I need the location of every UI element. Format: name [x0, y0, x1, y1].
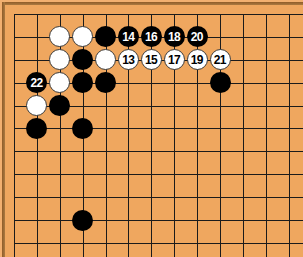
black-stone [72, 72, 93, 93]
go-board: 14161820131517192122 [0, 0, 303, 257]
intersection-c5-r1[interactable] [94, 3, 117, 26]
intersection-c5-r6[interactable] [94, 117, 117, 140]
intersection-c13-r8[interactable] [277, 163, 300, 186]
intersection-c6-r8[interactable] [117, 163, 140, 186]
intersection-c2-r3[interactable] [25, 48, 48, 71]
intersection-c2-r6[interactable] [25, 117, 48, 140]
intersection-c3-r11[interactable] [48, 231, 71, 254]
intersection-c5-r11[interactable] [94, 231, 117, 254]
intersection-c2-r9[interactable] [25, 186, 48, 209]
intersection-c9-r2[interactable]: 20 [186, 25, 209, 48]
intersection-c7-r11[interactable] [140, 231, 163, 254]
intersection-c5-r4[interactable] [94, 71, 117, 94]
intersection-c3-r5[interactable] [48, 94, 71, 117]
intersection-c13-r3[interactable] [277, 48, 300, 71]
white-stone [49, 26, 70, 47]
intersection-c1-r1[interactable] [3, 3, 26, 26]
intersection-c2-r7[interactable] [25, 140, 48, 163]
intersection-c11-r3[interactable] [231, 48, 254, 71]
intersection-c7-r9[interactable] [140, 186, 163, 209]
intersection-c11-r1[interactable] [231, 3, 254, 26]
intersection-c1-r4[interactable] [3, 71, 26, 94]
intersection-c13-r11[interactable] [277, 231, 300, 254]
intersection-c5-r9[interactable] [94, 186, 117, 209]
intersection-c5-r8[interactable] [94, 163, 117, 186]
intersection-c4-r3[interactable] [71, 48, 94, 71]
intersection-c12-r11[interactable] [254, 231, 277, 254]
intersection-c4-r5[interactable] [71, 94, 94, 117]
move-number-label: 15 [145, 54, 157, 66]
intersection-c2-r2[interactable] [25, 25, 48, 48]
intersection-c13-r4[interactable] [277, 71, 300, 94]
intersection-c5-r2[interactable] [94, 25, 117, 48]
intersection-c10-r8[interactable] [209, 163, 232, 186]
black-stone [72, 49, 93, 70]
intersection-c9-r11[interactable] [186, 231, 209, 254]
intersection-c13-r9[interactable] [277, 186, 300, 209]
intersection-c12-r8[interactable] [254, 163, 277, 186]
intersection-c10-r1[interactable] [209, 3, 232, 26]
move-number-label: 14 [122, 31, 134, 43]
intersection-c5-r3[interactable] [94, 48, 117, 71]
intersection-c3-r10[interactable] [48, 209, 71, 232]
intersection-c8-r5[interactable] [163, 94, 186, 117]
intersection-c3-r8[interactable] [48, 163, 71, 186]
intersection-c4-r1[interactable] [71, 3, 94, 26]
intersection-c12-r3[interactable] [254, 48, 277, 71]
intersection-c5-r10[interactable] [94, 209, 117, 232]
intersection-c2-r8[interactable] [25, 163, 48, 186]
intersection-c9-r9[interactable] [186, 186, 209, 209]
intersection-c2-r1[interactable] [25, 3, 48, 26]
intersection-c7-r3[interactable]: 15 [140, 48, 163, 71]
intersection-c12-r4[interactable] [254, 71, 277, 94]
intersection-c7-r10[interactable] [140, 209, 163, 232]
black-stone [72, 118, 93, 139]
intersection-c6-r7[interactable] [117, 140, 140, 163]
intersection-c4-r7[interactable] [71, 140, 94, 163]
move-number-label: 21 [214, 54, 226, 66]
intersection-c9-r8[interactable] [186, 163, 209, 186]
intersection-c13-r6[interactable] [277, 117, 300, 140]
white-stone [72, 26, 93, 47]
intersection-c12-r1[interactable] [254, 3, 277, 26]
black-stone [210, 72, 231, 93]
intersection-c4-r8[interactable] [71, 163, 94, 186]
intersection-c2-r5[interactable] [25, 94, 48, 117]
black-stone [95, 26, 116, 47]
intersection-c7-r2[interactable]: 16 [140, 25, 163, 48]
intersection-c7-r6[interactable] [140, 117, 163, 140]
intersection-c11-r10[interactable] [231, 209, 254, 232]
intersection-c1-r8[interactable] [3, 163, 26, 186]
black-stone: 22 [26, 72, 47, 93]
intersection-c10-r7[interactable] [209, 140, 232, 163]
intersection-c8-r2[interactable]: 18 [163, 25, 186, 48]
intersection-c6-r10[interactable] [117, 209, 140, 232]
white-stone: 17 [164, 49, 185, 70]
intersection-c11-r2[interactable] [231, 25, 254, 48]
board-grid: 14161820131517192122 [3, 3, 301, 255]
intersection-c1-r11[interactable] [3, 231, 26, 254]
intersection-c8-r4[interactable] [163, 71, 186, 94]
intersection-c4-r4[interactable] [71, 71, 94, 94]
white-stone [26, 95, 47, 116]
intersection-c7-r5[interactable] [140, 94, 163, 117]
intersection-c3-r1[interactable] [48, 3, 71, 26]
intersection-c8-r6[interactable] [163, 117, 186, 140]
white-stone: 21 [210, 49, 231, 70]
intersection-c4-r9[interactable] [71, 186, 94, 209]
intersection-c10-r2[interactable] [209, 25, 232, 48]
intersection-c7-r1[interactable] [140, 3, 163, 26]
intersection-c6-r9[interactable] [117, 186, 140, 209]
move-number-label: 20 [191, 31, 203, 43]
intersection-c2-r10[interactable] [25, 209, 48, 232]
intersection-c4-r11[interactable] [71, 231, 94, 254]
white-stone: 19 [187, 49, 208, 70]
intersection-c2-r4[interactable]: 22 [25, 71, 48, 94]
black-stone [49, 95, 70, 116]
intersection-c3-r6[interactable] [48, 117, 71, 140]
intersection-c6-r11[interactable] [117, 231, 140, 254]
white-stone [49, 72, 70, 93]
intersection-c10-r5[interactable] [209, 94, 232, 117]
intersection-c13-r2[interactable] [277, 25, 300, 48]
intersection-c13-r7[interactable] [277, 140, 300, 163]
intersection-c1-r6[interactable] [3, 117, 26, 140]
intersection-c12-r2[interactable] [254, 25, 277, 48]
intersection-c2-r11[interactable] [25, 231, 48, 254]
intersection-c1-r5[interactable] [3, 94, 26, 117]
intersection-c4-r6[interactable] [71, 117, 94, 140]
intersection-c1-r9[interactable] [3, 186, 26, 209]
intersection-c11-r9[interactable] [231, 186, 254, 209]
black-stone: 14 [118, 26, 139, 47]
intersection-c8-r10[interactable] [163, 209, 186, 232]
intersection-c6-r6[interactable] [117, 117, 140, 140]
black-stone: 16 [141, 26, 162, 47]
intersection-c6-r1[interactable] [117, 3, 140, 26]
intersection-c12-r9[interactable] [254, 186, 277, 209]
intersection-c12-r7[interactable] [254, 140, 277, 163]
intersection-c12-r6[interactable] [254, 117, 277, 140]
intersection-c10-r11[interactable] [209, 231, 232, 254]
black-stone [95, 72, 116, 93]
move-number-label: 16 [145, 31, 157, 43]
intersection-c1-r10[interactable] [3, 209, 26, 232]
intersection-c7-r8[interactable] [140, 163, 163, 186]
white-stone: 13 [118, 49, 139, 70]
intersection-c5-r5[interactable] [94, 94, 117, 117]
intersection-c12-r5[interactable] [254, 94, 277, 117]
intersection-c6-r2[interactable]: 14 [117, 25, 140, 48]
intersection-c3-r9[interactable] [48, 186, 71, 209]
intersection-c9-r6[interactable] [186, 117, 209, 140]
intersection-c9-r7[interactable] [186, 140, 209, 163]
intersection-c11-r4[interactable] [231, 71, 254, 94]
intersection-c3-r4[interactable] [48, 71, 71, 94]
intersection-c10-r9[interactable] [209, 186, 232, 209]
intersection-c1-r7[interactable] [3, 140, 26, 163]
black-stone: 18 [164, 26, 185, 47]
intersection-c4-r10[interactable] [71, 209, 94, 232]
intersection-c13-r5[interactable] [277, 94, 300, 117]
intersection-c11-r5[interactable] [231, 94, 254, 117]
white-stone: 15 [141, 49, 162, 70]
intersection-c8-r1[interactable] [163, 3, 186, 26]
intersection-c4-r2[interactable] [71, 25, 94, 48]
intersection-c8-r9[interactable] [163, 186, 186, 209]
intersection-c1-r3[interactable] [3, 48, 26, 71]
intersection-c6-r3[interactable]: 13 [117, 48, 140, 71]
move-number-label: 18 [168, 31, 180, 43]
move-number-label: 22 [31, 77, 43, 89]
intersection-c3-r2[interactable] [48, 25, 71, 48]
intersection-c12-r10[interactable] [254, 209, 277, 232]
intersection-c8-r11[interactable] [163, 231, 186, 254]
move-number-label: 17 [168, 54, 180, 66]
intersection-c10-r3[interactable]: 21 [209, 48, 232, 71]
intersection-c8-r8[interactable] [163, 163, 186, 186]
black-stone: 20 [187, 26, 208, 47]
intersection-c7-r4[interactable] [140, 71, 163, 94]
white-stone [49, 49, 70, 70]
intersection-c11-r6[interactable] [231, 117, 254, 140]
intersection-c11-r7[interactable] [231, 140, 254, 163]
intersection-c6-r4[interactable] [117, 71, 140, 94]
intersection-c11-r8[interactable] [231, 163, 254, 186]
intersection-c10-r6[interactable] [209, 117, 232, 140]
intersection-c11-r11[interactable] [231, 231, 254, 254]
intersection-c3-r7[interactable] [48, 140, 71, 163]
intersection-c9-r4[interactable] [186, 71, 209, 94]
intersection-c9-r1[interactable] [186, 3, 209, 26]
intersection-c7-r7[interactable] [140, 140, 163, 163]
intersection-c8-r7[interactable] [163, 140, 186, 163]
intersection-c9-r5[interactable] [186, 94, 209, 117]
intersection-c9-r3[interactable]: 19 [186, 48, 209, 71]
intersection-c6-r5[interactable] [117, 94, 140, 117]
black-stone [72, 210, 93, 231]
intersection-c13-r10[interactable] [277, 209, 300, 232]
intersection-c9-r10[interactable] [186, 209, 209, 232]
move-number-label: 13 [122, 54, 134, 66]
intersection-c1-r2[interactable] [3, 25, 26, 48]
move-number-label: 19 [191, 54, 203, 66]
intersection-c3-r3[interactable] [48, 48, 71, 71]
intersection-c13-r1[interactable] [277, 3, 300, 26]
white-stone [95, 49, 116, 70]
intersection-c8-r3[interactable]: 17 [163, 48, 186, 71]
intersection-c10-r10[interactable] [209, 209, 232, 232]
black-stone [26, 118, 47, 139]
intersection-c10-r4[interactable] [209, 71, 232, 94]
intersection-c5-r7[interactable] [94, 140, 117, 163]
